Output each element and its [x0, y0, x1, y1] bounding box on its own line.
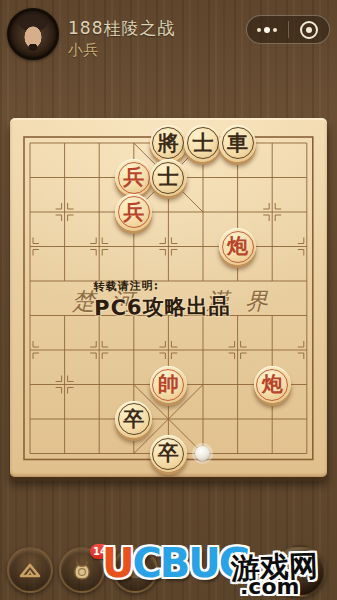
piece-black-士[interactable]: 士: [184, 125, 221, 162]
piece-red-炮[interactable]: 炮: [254, 366, 291, 403]
piece-red-帥[interactable]: 帥: [150, 366, 187, 403]
money-bag-icon: [68, 556, 96, 584]
piece-black-士[interactable]: 士: [150, 159, 187, 196]
avatar[interactable]: [7, 8, 59, 60]
xiangqi-board[interactable]: 楚河 漢界 转载请注明: PC6攻略出品 將士車兵士兵炮帥炮卒卒: [10, 118, 327, 477]
capsule-target-icon: [300, 21, 318, 39]
more-button[interactable]: [247, 16, 288, 43]
exit-button[interactable]: [289, 16, 330, 43]
board-watermark-line2: PC6攻略出品: [94, 292, 231, 322]
piece-black-將[interactable]: 將: [150, 125, 187, 162]
move-hint-dot[interactable]: [195, 446, 210, 461]
piece-black-卒[interactable]: 卒: [115, 401, 152, 438]
more-dots-icon: [257, 27, 277, 33]
piece-red-兵[interactable]: 兵: [115, 159, 152, 196]
level-title: 188桂陵之战: [68, 17, 175, 40]
toolbar-button-3[interactable]: [112, 547, 158, 593]
tips-count-badge: 14: [90, 544, 110, 559]
collapse-button[interactable]: [7, 547, 53, 593]
piece-black-卒[interactable]: 卒: [150, 435, 187, 472]
piece-red-炮[interactable]: 炮: [219, 228, 256, 265]
app-screen: 188桂陵之战 小兵 楚河 漢界 转载请注明: PC6攻略出品 將士車兵士兵炮帥…: [0, 0, 337, 600]
chevron-up-icon: [17, 558, 43, 582]
obscured-icon: [130, 562, 140, 578]
board-watermark: 转载请注明: PC6攻略出品: [94, 277, 231, 322]
toolbar-button-4[interactable]: [274, 545, 326, 597]
wechat-capsule: [246, 15, 330, 44]
level-subtitle: 小兵: [68, 41, 98, 60]
piece-red-兵[interactable]: 兵: [115, 194, 152, 231]
piece-black-車[interactable]: 車: [219, 125, 256, 162]
tips-bag-button[interactable]: 14: [59, 547, 105, 593]
